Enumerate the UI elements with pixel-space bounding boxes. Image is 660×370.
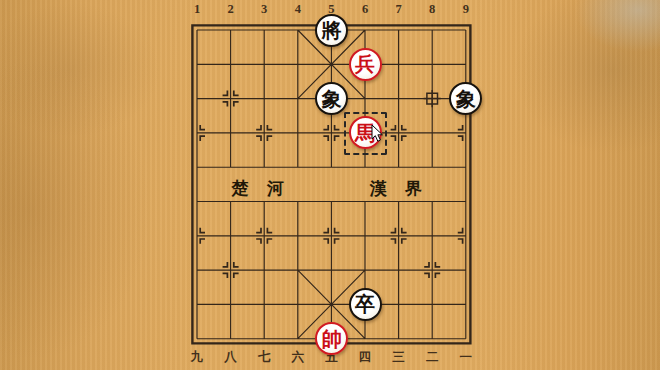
file-label-top-6: 6 [362,2,368,17]
file-label-bottom-4: 六 [292,349,305,366]
video-frame: 123456789 九八七六五四三二一 楚 河 漢 界 將兵象象馬卒帥 [0,0,660,370]
file-label-bottom-8: 二 [426,349,439,366]
river-label-chu-he: 楚 河 [231,177,284,200]
file-label-top-3: 3 [261,2,267,17]
piece-black-pawn[interactable]: 卒 [349,288,382,321]
file-label-top-9: 9 [463,2,469,17]
file-label-top-4: 4 [295,2,301,17]
file-label-top-8: 8 [429,2,435,17]
piece-black-general[interactable]: 將 [315,14,348,47]
piece-red-general[interactable]: 帥 [315,322,348,355]
file-label-bottom-9: 一 [460,349,473,366]
piece-black-elephant-1[interactable]: 象 [315,82,348,115]
file-label-top-2: 2 [227,2,233,17]
file-label-bottom-7: 三 [392,349,405,366]
river-label-han-jie: 漢 界 [369,177,422,200]
xiangqi-board[interactable] [0,0,660,370]
last-move-origin-marker [424,90,441,107]
file-label-top-7: 7 [395,2,401,17]
file-label-bottom-6: 四 [359,349,372,366]
mouse-cursor-icon [371,124,385,143]
file-label-bottom-1: 九 [191,349,204,366]
file-label-top-1: 1 [194,2,200,17]
file-label-bottom-2: 八 [224,349,237,366]
file-label-bottom-3: 七 [258,349,271,366]
piece-red-pawn[interactable]: 兵 [349,48,382,81]
